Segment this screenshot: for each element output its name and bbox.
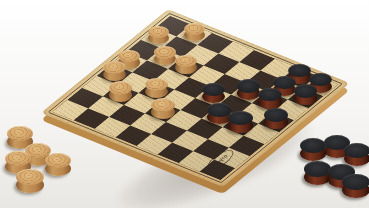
light-piece[interactable] bbox=[184, 23, 205, 42]
product-photo-scene: cayro bbox=[0, 0, 369, 208]
piece-top bbox=[175, 55, 197, 68]
piece-top bbox=[109, 81, 132, 95]
piece-top bbox=[148, 26, 169, 38]
light-piece[interactable] bbox=[109, 81, 132, 102]
dark-piece[interactable] bbox=[264, 108, 289, 130]
piece-top bbox=[16, 169, 43, 185]
piece-top bbox=[145, 78, 168, 91]
piece-top bbox=[184, 23, 205, 35]
piece-top bbox=[342, 174, 369, 190]
light-piece[interactable] bbox=[145, 78, 168, 99]
dark-piece[interactable] bbox=[342, 174, 369, 199]
dark-piece[interactable] bbox=[202, 83, 225, 104]
dark-piece[interactable] bbox=[258, 88, 282, 109]
piece-top bbox=[300, 138, 326, 153]
light-piece[interactable] bbox=[103, 61, 125, 81]
dark-piece[interactable] bbox=[228, 111, 253, 133]
light-piece[interactable] bbox=[148, 26, 169, 45]
piece-top bbox=[304, 161, 331, 177]
dark-piece[interactable] bbox=[304, 161, 331, 185]
piece-top bbox=[202, 83, 225, 97]
dark-piece[interactable] bbox=[344, 143, 369, 166]
piece-top bbox=[7, 126, 32, 141]
dark-piece[interactable] bbox=[237, 79, 260, 100]
piece-top bbox=[294, 84, 317, 98]
piece-top bbox=[45, 153, 72, 168]
piece-top bbox=[5, 151, 32, 166]
light-piece[interactable] bbox=[151, 98, 175, 120]
piece-top bbox=[344, 143, 369, 158]
piece-top bbox=[237, 79, 260, 92]
dark-piece[interactable] bbox=[294, 84, 317, 105]
piece-top bbox=[154, 46, 176, 59]
light-piece[interactable] bbox=[175, 55, 197, 75]
light-piece[interactable] bbox=[16, 169, 43, 194]
dark-piece[interactable] bbox=[300, 138, 326, 161]
light-piece[interactable] bbox=[154, 46, 176, 65]
piece-top bbox=[151, 98, 175, 112]
light-piece[interactable] bbox=[45, 153, 72, 177]
piece-top bbox=[103, 61, 125, 74]
